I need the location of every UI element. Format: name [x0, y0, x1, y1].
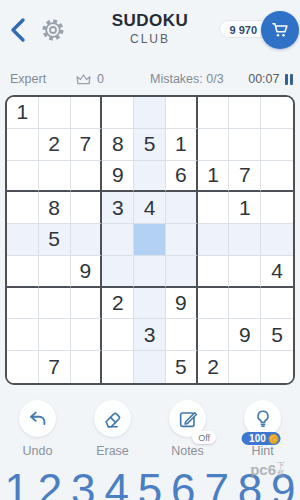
numpad-4[interactable]: 4 — [100, 465, 133, 500]
score-wrap: 0 — [76, 72, 104, 86]
cell-r7c4[interactable]: 2 — [102, 288, 134, 320]
notes-button[interactable]: Off Notes — [150, 400, 225, 458]
notes-label: Notes — [171, 444, 204, 458]
cell-r7c9[interactable] — [261, 288, 293, 320]
cell-r6c8[interactable] — [229, 256, 261, 288]
cell-r6c3[interactable]: 9 — [71, 256, 103, 288]
cell-r2c9[interactable] — [261, 129, 293, 161]
cell-r7c1[interactable] — [7, 288, 39, 320]
hint-coin-icon — [269, 434, 279, 444]
cell-r1c9[interactable] — [261, 97, 293, 129]
erase-circle — [94, 400, 131, 437]
numpad-7[interactable]: 7 — [200, 465, 233, 500]
cell-r3c1[interactable] — [7, 161, 39, 193]
cell-r9c6[interactable]: 5 — [166, 351, 198, 383]
cell-r1c2[interactable] — [39, 97, 71, 129]
crown-icon — [76, 73, 91, 86]
cell-r5c6[interactable] — [166, 224, 198, 256]
cell-r6c4[interactable] — [102, 256, 134, 288]
cell-r2c8[interactable] — [229, 129, 261, 161]
pause-button[interactable] — [285, 73, 294, 85]
lightbulb-icon — [252, 408, 274, 430]
watermark-big: pc6 — [250, 461, 276, 478]
cell-r7c3[interactable] — [71, 288, 103, 320]
erase-label: Erase — [96, 444, 129, 458]
numpad-3[interactable]: 3 — [67, 465, 100, 500]
shop-button[interactable] — [261, 11, 299, 49]
cell-r9c7[interactable]: 2 — [198, 351, 230, 383]
cell-r4c7[interactable] — [198, 192, 230, 224]
hint-cost: 100 — [249, 433, 266, 444]
notes-toggle-badge[interactable]: Off — [192, 431, 216, 444]
cell-r8c6[interactable] — [166, 319, 198, 351]
cell-r6c1[interactable] — [7, 256, 39, 288]
cell-r4c9[interactable] — [261, 192, 293, 224]
cell-r5c2[interactable]: 5 — [39, 224, 71, 256]
cell-r1c7[interactable] — [198, 97, 230, 129]
timer-wrap: 00:07 — [248, 72, 293, 86]
cell-r2c1[interactable] — [7, 129, 39, 161]
cell-r4c2[interactable]: 8 — [39, 192, 71, 224]
cell-r7c7[interactable] — [198, 288, 230, 320]
cell-r9c1[interactable] — [7, 351, 39, 383]
cell-r7c8[interactable] — [229, 288, 261, 320]
cell-r7c6[interactable]: 9 — [166, 288, 198, 320]
cell-r5c4[interactable] — [102, 224, 134, 256]
cell-r2c4[interactable]: 8 — [102, 129, 134, 161]
score-value: 0 — [97, 72, 104, 86]
cell-r9c4[interactable] — [102, 351, 134, 383]
cell-r2c5[interactable]: 5 — [134, 129, 166, 161]
eraser-icon — [102, 408, 124, 430]
coin-count: 9 970 — [229, 24, 257, 36]
cell-r1c4[interactable] — [102, 97, 134, 129]
cell-r6c9[interactable]: 4 — [261, 256, 293, 288]
numpad-6[interactable]: 6 — [167, 465, 200, 500]
undo-icon — [27, 408, 49, 430]
undo-circle — [19, 400, 56, 437]
pause-icon — [290, 74, 293, 85]
cell-r6c2[interactable] — [39, 256, 71, 288]
cell-r4c5[interactable]: 4 — [134, 192, 166, 224]
difficulty-label: Expert — [10, 72, 46, 86]
timer-value: 00:07 — [248, 72, 279, 86]
mistakes-label: Mistakes: 0/3 — [150, 72, 224, 86]
cell-r6c5[interactable] — [134, 256, 166, 288]
erase-button[interactable]: Erase — [75, 400, 150, 458]
pause-icon — [285, 74, 288, 85]
cell-r4c6[interactable] — [166, 192, 198, 224]
cell-r8c4[interactable] — [102, 319, 134, 351]
notes-pencil-icon — [177, 408, 199, 430]
cell-r1c1[interactable]: 1 — [7, 97, 39, 129]
cell-r7c2[interactable] — [39, 288, 71, 320]
numpad-2[interactable]: 2 — [33, 465, 66, 500]
undo-label: Undo — [23, 444, 53, 458]
cell-r8c1[interactable] — [7, 319, 39, 351]
cell-r9c8[interactable] — [229, 351, 261, 383]
sudoku-app: SUDOKU CLUB 9 970 Expert 0 Mistakes: 0/3… — [0, 0, 300, 500]
cell-r2c2[interactable]: 2 — [39, 129, 71, 161]
cell-r5c5[interactable] — [134, 224, 166, 256]
cell-r3c6[interactable]: 6 — [166, 161, 198, 193]
cell-r5c8[interactable] — [229, 224, 261, 256]
cell-r3c4[interactable]: 9 — [102, 161, 134, 193]
cell-r8c2[interactable] — [39, 319, 71, 351]
cell-r4c8[interactable]: 1 — [229, 192, 261, 224]
cell-r3c7[interactable]: 1 — [198, 161, 230, 193]
cell-r1c3[interactable] — [71, 97, 103, 129]
hint-cost-badge: 100 — [241, 432, 281, 445]
cell-r4c4[interactable]: 3 — [102, 192, 134, 224]
cell-r2c7[interactable] — [198, 129, 230, 161]
cell-r4c3[interactable] — [71, 192, 103, 224]
cell-r4c1[interactable] — [7, 192, 39, 224]
cell-r5c3[interactable] — [71, 224, 103, 256]
cell-r8c7[interactable] — [198, 319, 230, 351]
cell-r1c8[interactable] — [229, 97, 261, 129]
toolbar: Undo Erase — [0, 400, 300, 458]
sudoku-board: 1278519617834159429395752 — [5, 95, 295, 385]
cell-r6c7[interactable] — [198, 256, 230, 288]
hint-label: Hint — [251, 444, 273, 458]
cell-r3c3[interactable] — [71, 161, 103, 193]
numpad-1[interactable]: 1 — [0, 465, 33, 500]
cell-r8c3[interactable] — [71, 319, 103, 351]
status-bar: Expert 0 Mistakes: 0/3 00:07 — [0, 70, 300, 90]
cell-r9c5[interactable] — [134, 351, 166, 383]
cell-r9c2[interactable]: 7 — [39, 351, 71, 383]
cell-r8c9[interactable]: 5 — [261, 319, 293, 351]
cart-icon — [270, 20, 290, 40]
cell-r9c9[interactable] — [261, 351, 293, 383]
cell-r3c8[interactable]: 7 — [229, 161, 261, 193]
cell-r3c9[interactable] — [261, 161, 293, 193]
numpad-5[interactable]: 5 — [133, 465, 166, 500]
cell-r3c5[interactable] — [134, 161, 166, 193]
cell-r2c3[interactable]: 7 — [71, 129, 103, 161]
cell-r5c7[interactable] — [198, 224, 230, 256]
cell-r6c6[interactable] — [166, 256, 198, 288]
watermark: pc6 下载 — [250, 461, 286, 478]
cell-r8c8[interactable]: 9 — [229, 319, 261, 351]
cell-r1c6[interactable] — [166, 97, 198, 129]
cell-r3c2[interactable] — [39, 161, 71, 193]
undo-button[interactable]: Undo — [0, 400, 75, 458]
cell-r5c1[interactable] — [7, 224, 39, 256]
cell-r7c5[interactable] — [134, 288, 166, 320]
cell-r9c3[interactable] — [71, 351, 103, 383]
cell-r2c6[interactable]: 1 — [166, 129, 198, 161]
cell-r8c5[interactable]: 3 — [134, 319, 166, 351]
hint-button[interactable]: 100 Hint — [225, 400, 300, 458]
cell-r1c5[interactable] — [134, 97, 166, 129]
watermark-small: 下载 — [277, 462, 286, 478]
cell-r5c9[interactable] — [261, 224, 293, 256]
